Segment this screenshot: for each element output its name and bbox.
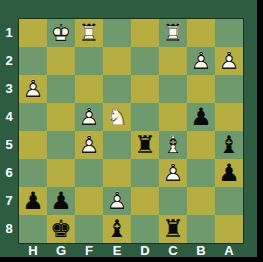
square-a1[interactable] — [215, 19, 243, 47]
black-bishop-icon: ♝ — [215, 131, 243, 159]
white-pawn-icon: ♟ — [159, 159, 187, 187]
white-pawn-outline-icon: ♙ — [103, 187, 131, 215]
square-a6[interactable]: ♟ — [215, 159, 243, 187]
square-a8[interactable] — [215, 215, 243, 243]
square-f3[interactable] — [75, 75, 103, 103]
square-g1[interactable]: ♚♔ — [47, 19, 75, 47]
file-label-d: D — [131, 244, 159, 257]
white-bishop-outline-icon: ♗ — [159, 131, 187, 159]
black-rook-icon: ♜ — [131, 131, 159, 159]
board-grid: ♚♔♜♖♜♖♟♙♟♙♟♙♟♙♞♘♟♟♙♜♝♗♝♟♙♟♟♟♟♙♚♝♜ — [18, 18, 244, 244]
white-pawn-icon: ♟ — [75, 131, 103, 159]
square-f8[interactable] — [75, 215, 103, 243]
square-f1[interactable]: ♜♖ — [75, 19, 103, 47]
square-g7[interactable]: ♟ — [47, 187, 75, 215]
white-pawn-outline-icon: ♙ — [75, 131, 103, 159]
square-g2[interactable] — [47, 47, 75, 75]
square-d5[interactable]: ♜ — [131, 131, 159, 159]
white-pawn-icon: ♟ — [19, 75, 47, 103]
board-frame: 12345678 ♚♔♜♖♜♖♟♙♟♙♟♙♟♙♞♘♟♟♙♜♝♗♝♟♙♟♟♟♟♙♚… — [0, 0, 257, 257]
square-c1[interactable]: ♜♖ — [159, 19, 187, 47]
square-d1[interactable] — [131, 19, 159, 47]
rank-label-4: 4 — [0, 103, 18, 131]
white-pawn-icon: ♟ — [103, 187, 131, 215]
white-pawn-icon: ♟ — [215, 47, 243, 75]
square-a2[interactable]: ♟♙ — [215, 47, 243, 75]
file-label-b: B — [187, 244, 215, 257]
square-g5[interactable] — [47, 131, 75, 159]
square-f5[interactable]: ♟♙ — [75, 131, 103, 159]
square-d6[interactable] — [131, 159, 159, 187]
rank-label-2: 2 — [0, 47, 18, 75]
file-label-e: E — [103, 244, 131, 257]
square-d7[interactable] — [131, 187, 159, 215]
square-g4[interactable] — [47, 103, 75, 131]
square-e8[interactable]: ♝ — [103, 215, 131, 243]
square-c5[interactable]: ♝♗ — [159, 131, 187, 159]
square-h1[interactable] — [19, 19, 47, 47]
square-b2[interactable]: ♟♙ — [187, 47, 215, 75]
square-h4[interactable] — [19, 103, 47, 131]
square-g8[interactable]: ♚ — [47, 215, 75, 243]
black-pawn-icon: ♟ — [47, 187, 75, 215]
square-f2[interactable] — [75, 47, 103, 75]
white-pawn-outline-icon: ♙ — [19, 75, 47, 103]
white-rook-outline-icon: ♖ — [75, 19, 103, 47]
square-c4[interactable] — [159, 103, 187, 131]
square-d4[interactable] — [131, 103, 159, 131]
square-b3[interactable] — [187, 75, 215, 103]
square-b7[interactable] — [187, 187, 215, 215]
black-pawn-icon: ♟ — [19, 187, 47, 215]
square-a4[interactable] — [215, 103, 243, 131]
white-knight-icon: ♞ — [103, 103, 131, 131]
white-rook-outline-icon: ♖ — [159, 19, 187, 47]
white-king-outline-icon: ♔ — [47, 19, 75, 47]
square-h2[interactable] — [19, 47, 47, 75]
square-e6[interactable] — [103, 159, 131, 187]
white-bishop-icon: ♝ — [159, 131, 187, 159]
rank-labels: 12345678 — [0, 19, 18, 243]
rank-label-5: 5 — [0, 131, 18, 159]
square-f7[interactable] — [75, 187, 103, 215]
square-a7[interactable] — [215, 187, 243, 215]
file-label-c: C — [159, 244, 187, 257]
square-f4[interactable]: ♟♙ — [75, 103, 103, 131]
square-h3[interactable]: ♟♙ — [19, 75, 47, 103]
square-a3[interactable] — [215, 75, 243, 103]
square-f6[interactable] — [75, 159, 103, 187]
white-pawn-outline-icon: ♙ — [187, 47, 215, 75]
file-label-h: H — [19, 244, 47, 257]
square-a5[interactable]: ♝ — [215, 131, 243, 159]
chess-diagram: 12345678 ♚♔♜♖♜♖♟♙♟♙♟♙♟♙♞♘♟♟♙♜♝♗♝♟♙♟♟♟♟♙♚… — [0, 0, 263, 262]
square-d2[interactable] — [131, 47, 159, 75]
file-label-f: F — [75, 244, 103, 257]
white-pawn-outline-icon: ♙ — [159, 159, 187, 187]
square-e2[interactable] — [103, 47, 131, 75]
square-d8[interactable] — [131, 215, 159, 243]
rank-label-3: 3 — [0, 75, 18, 103]
square-c2[interactable] — [159, 47, 187, 75]
black-pawn-icon: ♟ — [187, 103, 215, 131]
square-d3[interactable] — [131, 75, 159, 103]
file-label-a: A — [215, 244, 243, 257]
square-h5[interactable] — [19, 131, 47, 159]
square-e7[interactable]: ♟♙ — [103, 187, 131, 215]
white-pawn-outline-icon: ♙ — [75, 103, 103, 131]
black-king-icon: ♚ — [47, 215, 75, 243]
square-b4[interactable]: ♟ — [187, 103, 215, 131]
square-b8[interactable] — [187, 215, 215, 243]
square-e4[interactable]: ♞♘ — [103, 103, 131, 131]
square-c3[interactable] — [159, 75, 187, 103]
square-h8[interactable] — [19, 215, 47, 243]
file-labels: HGFEDCBA — [19, 244, 243, 257]
black-pawn-icon: ♟ — [215, 159, 243, 187]
file-label-g: G — [47, 244, 75, 257]
rank-label-8: 8 — [0, 215, 18, 243]
white-pawn-outline-icon: ♙ — [215, 47, 243, 75]
white-knight-outline-icon: ♘ — [103, 103, 131, 131]
square-e5[interactable] — [103, 131, 131, 159]
square-e1[interactable] — [103, 19, 131, 47]
white-rook-icon: ♜ — [159, 19, 187, 47]
rank-label-1: 1 — [0, 19, 18, 47]
white-king-icon: ♚ — [47, 19, 75, 47]
rank-label-6: 6 — [0, 159, 18, 187]
square-c7[interactable] — [159, 187, 187, 215]
rank-label-7: 7 — [0, 187, 18, 215]
square-c8[interactable]: ♜ — [159, 215, 187, 243]
square-e3[interactable] — [103, 75, 131, 103]
square-g3[interactable] — [47, 75, 75, 103]
square-b1[interactable] — [187, 19, 215, 47]
square-h6[interactable] — [19, 159, 47, 187]
black-rook-icon: ♜ — [159, 215, 187, 243]
square-c6[interactable]: ♟♙ — [159, 159, 187, 187]
square-b6[interactable] — [187, 159, 215, 187]
black-bishop-icon: ♝ — [103, 215, 131, 243]
square-b5[interactable] — [187, 131, 215, 159]
square-g6[interactable] — [47, 159, 75, 187]
white-rook-icon: ♜ — [75, 19, 103, 47]
square-h7[interactable]: ♟ — [19, 187, 47, 215]
white-pawn-icon: ♟ — [187, 47, 215, 75]
white-pawn-icon: ♟ — [75, 103, 103, 131]
